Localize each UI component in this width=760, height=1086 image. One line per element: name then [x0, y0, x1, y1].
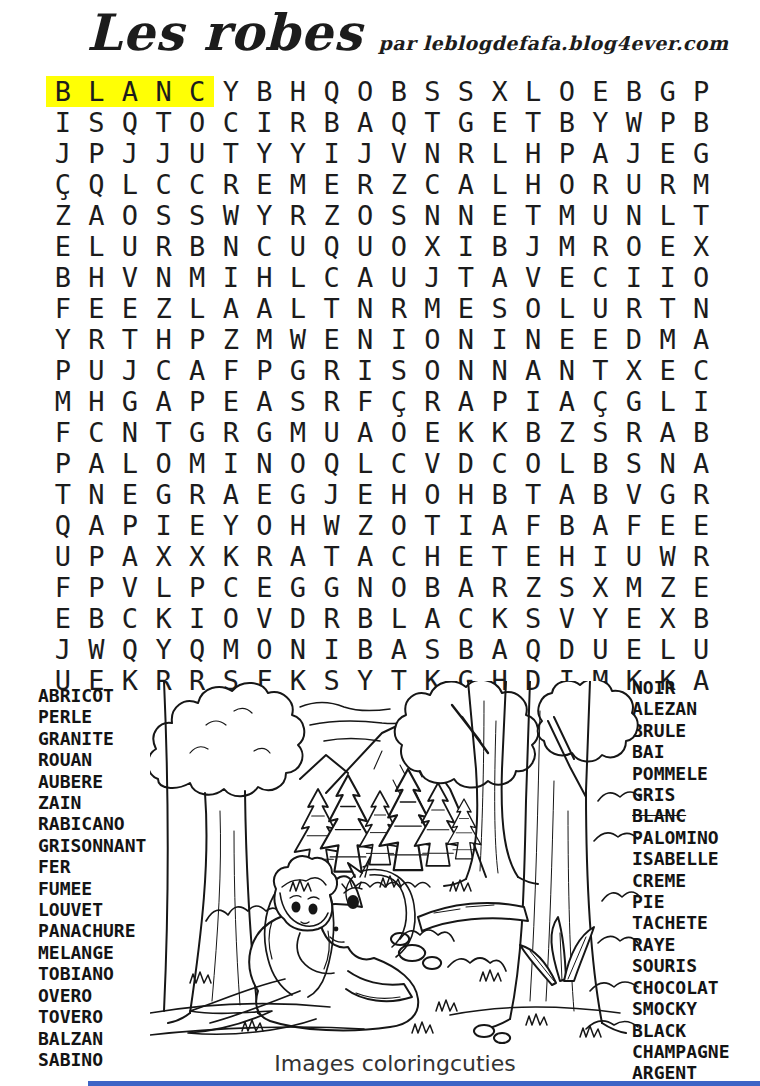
grid-cell-r5c17[interactable]: U [584, 200, 618, 231]
grid-cell-r17c2[interactable]: P [80, 572, 114, 603]
grid-cell-r11c13[interactable]: A [449, 386, 483, 417]
grid-cell-r5c20[interactable]: T [684, 200, 718, 231]
grid-cell-r14c18[interactable]: V [617, 479, 651, 510]
grid-cell-r12c2[interactable]: C [80, 417, 114, 448]
grid-cell-r7c5[interactable]: M [180, 262, 214, 293]
grid-cell-r8c11[interactable]: R [382, 293, 416, 324]
grid-cell-r14c3[interactable]: E [113, 479, 147, 510]
grid-cell-r4c8[interactable]: M [281, 169, 315, 200]
grid-cell-r14c10[interactable]: E [348, 479, 382, 510]
grid-cell-r8c8[interactable]: L [281, 293, 315, 324]
grid-cell-r9c3[interactable]: T [113, 324, 147, 355]
grid-cell-r16c5[interactable]: X [180, 541, 214, 572]
grid-cell-r4c9[interactable]: E [315, 169, 349, 200]
grid-cell-r7c20[interactable]: O [684, 262, 718, 293]
grid-cell-r6c4[interactable]: R [147, 231, 181, 262]
grid-cell-r19c8[interactable]: N [281, 634, 315, 665]
grid-cell-r1c1[interactable]: B [46, 76, 80, 107]
word-item-perle[interactable]: PERLE [38, 706, 146, 727]
word-item-isabelle[interactable]: ISABELLE [632, 848, 730, 869]
grid-cell-r14c4[interactable]: G [147, 479, 181, 510]
grid-cell-r15c4[interactable]: I [147, 510, 181, 541]
grid-cell-r11c15[interactable]: I [516, 386, 550, 417]
grid-cell-r13c13[interactable]: D [449, 448, 483, 479]
grid-cell-r19c9[interactable]: I [315, 634, 349, 665]
grid-cell-r3c19[interactable]: E [651, 138, 685, 169]
grid-cell-r16c11[interactable]: C [382, 541, 416, 572]
grid-cell-r19c4[interactable]: Y [147, 634, 181, 665]
grid-cell-r8c1[interactable]: F [46, 293, 80, 324]
grid-cell-r6c6[interactable]: N [214, 231, 248, 262]
grid-cell-r17c13[interactable]: A [449, 572, 483, 603]
grid-cell-r7c7[interactable]: H [248, 262, 282, 293]
word-item-aubere[interactable]: AUBERE [38, 771, 146, 792]
grid-cell-r11c12[interactable]: R [416, 386, 450, 417]
grid-cell-r13c19[interactable]: N [651, 448, 685, 479]
grid-cell-r14c7[interactable]: E [248, 479, 282, 510]
grid-cell-r16c4[interactable]: X [147, 541, 181, 572]
grid-cell-r11c17[interactable]: Ç [584, 386, 618, 417]
grid-cell-r13c4[interactable]: O [147, 448, 181, 479]
grid-cell-r4c14[interactable]: L [483, 169, 517, 200]
grid-cell-r10c8[interactable]: G [281, 355, 315, 386]
grid-cell-r9c6[interactable]: Z [214, 324, 248, 355]
word-item-fumee[interactable]: FUMEE [38, 878, 146, 899]
grid-cell-r10c14[interactable]: N [483, 355, 517, 386]
grid-cell-r18c14[interactable]: K [483, 603, 517, 634]
grid-cell-r8c7[interactable]: A [248, 293, 282, 324]
grid-cell-r18c11[interactable]: L [382, 603, 416, 634]
grid-cell-r16c9[interactable]: T [315, 541, 349, 572]
grid-cell-r7c11[interactable]: U [382, 262, 416, 293]
grid-cell-r5c13[interactable]: N [449, 200, 483, 231]
grid-cell-r16c7[interactable]: R [248, 541, 282, 572]
grid-cell-r18c16[interactable]: V [550, 603, 584, 634]
grid-cell-r9c13[interactable]: N [449, 324, 483, 355]
grid-cell-r2c16[interactable]: B [550, 107, 584, 138]
grid-cell-r14c6[interactable]: A [214, 479, 248, 510]
grid-cell-r12c8[interactable]: M [281, 417, 315, 448]
grid-cell-r10c2[interactable]: U [80, 355, 114, 386]
grid-cell-r1c18[interactable]: B [617, 76, 651, 107]
grid-cell-r2c12[interactable]: T [416, 107, 450, 138]
grid-cell-r2c8[interactable]: R [281, 107, 315, 138]
grid-cell-r4c19[interactable]: R [651, 169, 685, 200]
grid-cell-r16c10[interactable]: A [348, 541, 382, 572]
word-item-melange[interactable]: MELANGE [38, 942, 146, 963]
grid-cell-r4c11[interactable]: Z [382, 169, 416, 200]
grid-cell-r6c9[interactable]: Q [315, 231, 349, 262]
grid-cell-r6c7[interactable]: C [248, 231, 282, 262]
word-item-bai[interactable]: BAI [632, 741, 730, 762]
grid-cell-r17c17[interactable]: X [584, 572, 618, 603]
grid-cell-r5c3[interactable]: O [113, 200, 147, 231]
grid-cell-r18c4[interactable]: K [147, 603, 181, 634]
grid-cell-r12c10[interactable]: A [348, 417, 382, 448]
grid-cell-r9c18[interactable]: D [617, 324, 651, 355]
grid-cell-r8c14[interactable]: S [483, 293, 517, 324]
grid-cell-r10c16[interactable]: N [550, 355, 584, 386]
grid-cell-r8c18[interactable]: R [617, 293, 651, 324]
word-item-tobiano[interactable]: TOBIANO [38, 963, 146, 984]
grid-cell-r12c7[interactable]: G [248, 417, 282, 448]
grid-cell-r9c9[interactable]: E [315, 324, 349, 355]
grid-cell-r10c9[interactable]: R [315, 355, 349, 386]
grid-cell-r11c14[interactable]: P [483, 386, 517, 417]
grid-cell-r6c17[interactable]: R [584, 231, 618, 262]
grid-cell-r11c1[interactable]: M [46, 386, 80, 417]
grid-cell-r10c11[interactable]: S [382, 355, 416, 386]
grid-cell-r1c17[interactable]: E [584, 76, 618, 107]
grid-cell-r17c15[interactable]: Z [516, 572, 550, 603]
grid-cell-r17c8[interactable]: G [281, 572, 315, 603]
word-item-sabino[interactable]: SABINO [38, 1049, 146, 1070]
grid-cell-r15c19[interactable]: E [651, 510, 685, 541]
grid-cell-r18c19[interactable]: X [651, 603, 685, 634]
grid-cell-r5c1[interactable]: Z [46, 200, 80, 231]
grid-cell-r3c9[interactable]: I [315, 138, 349, 169]
grid-cell-r12c4[interactable]: T [147, 417, 181, 448]
grid-cell-r6c13[interactable]: I [449, 231, 483, 262]
grid-cell-r7c15[interactable]: V [516, 262, 550, 293]
grid-cell-r15c16[interactable]: B [550, 510, 584, 541]
grid-cell-r6c15[interactable]: J [516, 231, 550, 262]
grid-cell-r19c1[interactable]: J [46, 634, 80, 665]
grid-cell-r11c4[interactable]: A [147, 386, 181, 417]
grid-cell-r13c12[interactable]: V [416, 448, 450, 479]
grid-cell-r4c15[interactable]: H [516, 169, 550, 200]
grid-cell-r17c19[interactable]: Z [651, 572, 685, 603]
grid-cell-r17c5[interactable]: P [180, 572, 214, 603]
grid-cell-r9c15[interactable]: N [516, 324, 550, 355]
grid-cell-r3c16[interactable]: P [550, 138, 584, 169]
grid-cell-r7c3[interactable]: V [113, 262, 147, 293]
grid-cell-r13c17[interactable]: B [584, 448, 618, 479]
grid-cell-r9c7[interactable]: M [248, 324, 282, 355]
grid-cell-r6c1[interactable]: E [46, 231, 80, 262]
grid-cell-r2c17[interactable]: Y [584, 107, 618, 138]
grid-cell-r18c2[interactable]: B [80, 603, 114, 634]
grid-cell-r10c3[interactable]: J [113, 355, 147, 386]
grid-cell-r6c5[interactable]: B [180, 231, 214, 262]
grid-cell-r16c12[interactable]: H [416, 541, 450, 572]
grid-cell-r14c11[interactable]: H [382, 479, 416, 510]
grid-cell-r16c13[interactable]: E [449, 541, 483, 572]
grid-cell-r7c14[interactable]: A [483, 262, 517, 293]
grid-cell-r19c2[interactable]: W [80, 634, 114, 665]
word-item-tovero[interactable]: TOVERO [38, 1006, 146, 1027]
grid-cell-r1c8[interactable]: H [281, 76, 315, 107]
grid-cell-r12c18[interactable]: R [617, 417, 651, 448]
grid-cell-r18c9[interactable]: R [315, 603, 349, 634]
grid-cell-r3c8[interactable]: Y [281, 138, 315, 169]
grid-cell-r15c12[interactable]: T [416, 510, 450, 541]
grid-cell-r18c13[interactable]: C [449, 603, 483, 634]
grid-cell-r9c4[interactable]: H [147, 324, 181, 355]
grid-cell-r4c17[interactable]: R [584, 169, 618, 200]
grid-cell-r8c17[interactable]: U [584, 293, 618, 324]
grid-cell-r4c13[interactable]: A [449, 169, 483, 200]
grid-cell-r9c14[interactable]: I [483, 324, 517, 355]
grid-cell-r18c5[interactable]: I [180, 603, 214, 634]
word-item-zain[interactable]: ZAIN [38, 792, 146, 813]
grid-cell-r19c18[interactable]: E [617, 634, 651, 665]
grid-cell-r12c19[interactable]: A [651, 417, 685, 448]
grid-cell-r14c20[interactable]: R [684, 479, 718, 510]
grid-cell-r14c12[interactable]: O [416, 479, 450, 510]
grid-cell-r13c20[interactable]: A [684, 448, 718, 479]
grid-cell-r8c5[interactable]: L [180, 293, 214, 324]
grid-cell-r11c6[interactable]: E [214, 386, 248, 417]
grid-cell-r2c3[interactable]: Q [113, 107, 147, 138]
grid-cell-r1c4[interactable]: N [147, 76, 181, 107]
grid-cell-r5c5[interactable]: S [180, 200, 214, 231]
grid-cell-r4c5[interactable]: C [180, 169, 214, 200]
grid-cell-r1c19[interactable]: G [651, 76, 685, 107]
grid-cell-r9c8[interactable]: W [281, 324, 315, 355]
grid-cell-r12c13[interactable]: K [449, 417, 483, 448]
grid-cell-r19c7[interactable]: O [248, 634, 282, 665]
grid-cell-r15c6[interactable]: Y [214, 510, 248, 541]
grid-cell-r12c6[interactable]: R [214, 417, 248, 448]
grid-cell-r18c8[interactable]: D [281, 603, 315, 634]
grid-cell-r2c7[interactable]: I [248, 107, 282, 138]
grid-cell-r10c6[interactable]: F [214, 355, 248, 386]
grid-cell-r7c16[interactable]: E [550, 262, 584, 293]
grid-cell-r15c1[interactable]: Q [46, 510, 80, 541]
grid-cell-r14c2[interactable]: N [80, 479, 114, 510]
grid-cell-r8c2[interactable]: E [80, 293, 114, 324]
grid-cell-r12c16[interactable]: Z [550, 417, 584, 448]
word-item-panachure[interactable]: PANACHURE [38, 920, 146, 941]
grid-cell-r6c12[interactable]: X [416, 231, 450, 262]
grid-cell-r6c14[interactable]: B [483, 231, 517, 262]
grid-cell-r2c10[interactable]: A [348, 107, 382, 138]
grid-cell-r10c18[interactable]: X [617, 355, 651, 386]
grid-cell-r3c17[interactable]: A [584, 138, 618, 169]
grid-cell-r17c14[interactable]: R [483, 572, 517, 603]
grid-cell-r14c13[interactable]: H [449, 479, 483, 510]
grid-cell-r18c10[interactable]: B [348, 603, 382, 634]
grid-cell-r10c5[interactable]: A [180, 355, 214, 386]
grid-cell-r5c19[interactable]: L [651, 200, 685, 231]
grid-cell-r18c1[interactable]: E [46, 603, 80, 634]
grid-cell-r6c10[interactable]: U [348, 231, 382, 262]
word-item-gris[interactable]: GRIS [632, 784, 730, 805]
grid-cell-r17c1[interactable]: F [46, 572, 80, 603]
grid-cell-r5c15[interactable]: T [516, 200, 550, 231]
grid-cell-r3c14[interactable]: L [483, 138, 517, 169]
word-item-chocolat[interactable]: CHOCOLAT [632, 977, 730, 998]
grid-cell-r9c10[interactable]: N [348, 324, 382, 355]
grid-cell-r9c1[interactable]: Y [46, 324, 80, 355]
grid-cell-r15c5[interactable]: E [180, 510, 214, 541]
grid-cell-r10c13[interactable]: N [449, 355, 483, 386]
grid-cell-r10c1[interactable]: P [46, 355, 80, 386]
grid-cell-r12c20[interactable]: B [684, 417, 718, 448]
grid-cell-r1c2[interactable]: L [80, 76, 114, 107]
grid-cell-r13c14[interactable]: C [483, 448, 517, 479]
word-item-pommele[interactable]: POMMELE [632, 763, 730, 784]
word-item-grisonnant[interactable]: GRISONNANT [38, 835, 146, 856]
grid-cell-r16c16[interactable]: H [550, 541, 584, 572]
grid-cell-r18c20[interactable]: B [684, 603, 718, 634]
grid-cell-r9c11[interactable]: I [382, 324, 416, 355]
grid-cell-r5c12[interactable]: N [416, 200, 450, 231]
grid-cell-r19c3[interactable]: Q [113, 634, 147, 665]
grid-cell-r17c12[interactable]: B [416, 572, 450, 603]
word-item-overo[interactable]: OVERO [38, 985, 146, 1006]
grid-cell-r7c9[interactable]: C [315, 262, 349, 293]
grid-cell-r2c6[interactable]: C [214, 107, 248, 138]
grid-cell-r5c8[interactable]: R [281, 200, 315, 231]
grid-cell-r11c10[interactable]: F [348, 386, 382, 417]
grid-cell-r4c3[interactable]: L [113, 169, 147, 200]
grid-cell-r2c19[interactable]: P [651, 107, 685, 138]
grid-cell-r19c16[interactable]: D [550, 634, 584, 665]
grid-cell-r13c10[interactable]: L [348, 448, 382, 479]
grid-cell-r2c5[interactable]: O [180, 107, 214, 138]
grid-cell-r13c1[interactable]: P [46, 448, 80, 479]
grid-cell-r6c19[interactable]: E [651, 231, 685, 262]
grid-cell-r3c3[interactable]: J [113, 138, 147, 169]
grid-cell-r1c7[interactable]: B [248, 76, 282, 107]
grid-cell-r6c2[interactable]: L [80, 231, 114, 262]
grid-cell-r11c2[interactable]: H [80, 386, 114, 417]
grid-cell-r17c18[interactable]: M [617, 572, 651, 603]
grid-cell-r10c7[interactable]: P [248, 355, 282, 386]
grid-cell-r18c6[interactable]: O [214, 603, 248, 634]
grid-cell-r5c18[interactable]: N [617, 200, 651, 231]
grid-cell-r1c13[interactable]: S [449, 76, 483, 107]
grid-cell-r2c18[interactable]: W [617, 107, 651, 138]
grid-cell-r2c20[interactable]: B [684, 107, 718, 138]
grid-cell-r2c2[interactable]: S [80, 107, 114, 138]
grid-cell-r14c9[interactable]: J [315, 479, 349, 510]
grid-cell-r3c1[interactable]: J [46, 138, 80, 169]
grid-cell-r14c14[interactable]: B [483, 479, 517, 510]
grid-cell-r6c18[interactable]: O [617, 231, 651, 262]
grid-cell-r12c11[interactable]: O [382, 417, 416, 448]
word-item-champagne[interactable]: CHAMPAGNE [632, 1041, 730, 1062]
grid-cell-r6c11[interactable]: O [382, 231, 416, 262]
grid-cell-r7c8[interactable]: L [281, 262, 315, 293]
grid-cell-r11c11[interactable]: Ç [382, 386, 416, 417]
grid-cell-r7c4[interactable]: N [147, 262, 181, 293]
grid-cell-r8c6[interactable]: A [214, 293, 248, 324]
grid-cell-r12c5[interactable]: G [180, 417, 214, 448]
word-item-pie[interactable]: PIE [632, 891, 730, 912]
word-item-raye[interactable]: RAYE [632, 934, 730, 955]
grid-cell-r19c19[interactable]: L [651, 634, 685, 665]
grid-cell-r15c20[interactable]: E [684, 510, 718, 541]
word-item-granite[interactable]: GRANITE [38, 728, 146, 749]
grid-cell-r13c9[interactable]: Q [315, 448, 349, 479]
grid-cell-r4c1[interactable]: Ç [46, 169, 80, 200]
grid-cell-r5c10[interactable]: O [348, 200, 382, 231]
grid-cell-r8c9[interactable]: T [315, 293, 349, 324]
word-item-tachete[interactable]: TACHETE [632, 912, 730, 933]
grid-cell-r16c19[interactable]: W [651, 541, 685, 572]
word-item-blanc[interactable]: BLANC [632, 805, 730, 826]
grid-cell-r10c4[interactable]: C [147, 355, 181, 386]
grid-cell-r5c11[interactable]: S [382, 200, 416, 231]
grid-cell-r9c2[interactable]: R [80, 324, 114, 355]
grid-cell-r11c8[interactable]: S [281, 386, 315, 417]
grid-cell-r16c18[interactable]: U [617, 541, 651, 572]
grid-cell-r18c3[interactable]: C [113, 603, 147, 634]
grid-cell-r9c16[interactable]: E [550, 324, 584, 355]
grid-cell-r13c6[interactable]: I [214, 448, 248, 479]
grid-cell-r1c20[interactable]: P [684, 76, 718, 107]
grid-cell-r19c15[interactable]: Q [516, 634, 550, 665]
grid-cell-r8c15[interactable]: O [516, 293, 550, 324]
grid-cell-r15c3[interactable]: P [113, 510, 147, 541]
grid-cell-r18c12[interactable]: A [416, 603, 450, 634]
grid-cell-r2c1[interactable]: I [46, 107, 80, 138]
grid-cell-r19c13[interactable]: B [449, 634, 483, 665]
grid-cell-r3c11[interactable]: V [382, 138, 416, 169]
grid-cell-r18c17[interactable]: Y [584, 603, 618, 634]
grid-cell-r17c16[interactable]: S [550, 572, 584, 603]
grid-cell-r17c20[interactable]: E [684, 572, 718, 603]
grid-cell-r8c4[interactable]: Z [147, 293, 181, 324]
grid-cell-r11c20[interactable]: I [684, 386, 718, 417]
grid-cell-r7c18[interactable]: I [617, 262, 651, 293]
grid-cell-r4c6[interactable]: R [214, 169, 248, 200]
grid-cell-r10c10[interactable]: I [348, 355, 382, 386]
word-item-smocky[interactable]: SMOCKY [632, 998, 730, 1019]
grid-cell-r9c19[interactable]: M [651, 324, 685, 355]
word-item-balzan[interactable]: BALZAN [38, 1028, 146, 1049]
grid-cell-r5c14[interactable]: E [483, 200, 517, 231]
grid-cell-r6c8[interactable]: U [281, 231, 315, 262]
grid-cell-r15c18[interactable]: F [617, 510, 651, 541]
grid-cell-r13c11[interactable]: C [382, 448, 416, 479]
grid-cell-r14c19[interactable]: G [651, 479, 685, 510]
grid-cell-r7c2[interactable]: H [80, 262, 114, 293]
grid-cell-r9c5[interactable]: P [180, 324, 214, 355]
grid-cell-r15c17[interactable]: A [584, 510, 618, 541]
grid-cell-r3c12[interactable]: N [416, 138, 450, 169]
grid-cell-r5c9[interactable]: Z [315, 200, 349, 231]
grid-cell-r15c15[interactable]: F [516, 510, 550, 541]
grid-cell-r16c2[interactable]: P [80, 541, 114, 572]
grid-cell-r14c1[interactable]: T [46, 479, 80, 510]
grid-cell-r5c4[interactable]: S [147, 200, 181, 231]
grid-cell-r14c16[interactable]: A [550, 479, 584, 510]
grid-cell-r14c15[interactable]: T [516, 479, 550, 510]
grid-cell-r16c15[interactable]: E [516, 541, 550, 572]
grid-cell-r2c13[interactable]: G [449, 107, 483, 138]
grid-cell-r6c3[interactable]: U [113, 231, 147, 262]
grid-cell-r16c20[interactable]: R [684, 541, 718, 572]
grid-cell-r4c18[interactable]: U [617, 169, 651, 200]
grid-cell-r10c12[interactable]: O [416, 355, 450, 386]
grid-cell-r12c3[interactable]: N [113, 417, 147, 448]
grid-cell-r12c14[interactable]: K [483, 417, 517, 448]
grid-cell-r13c3[interactable]: L [113, 448, 147, 479]
grid-cell-r16c1[interactable]: U [46, 541, 80, 572]
grid-cell-r1c6[interactable]: Y [214, 76, 248, 107]
word-item-palomino[interactable]: PALOMINO [632, 827, 730, 848]
grid-cell-r19c5[interactable]: Q [180, 634, 214, 665]
grid-cell-r1c11[interactable]: B [382, 76, 416, 107]
grid-cell-r13c2[interactable]: A [80, 448, 114, 479]
grid-cell-r17c9[interactable]: G [315, 572, 349, 603]
grid-cell-r1c12[interactable]: S [416, 76, 450, 107]
grid-cell-r16c3[interactable]: A [113, 541, 147, 572]
